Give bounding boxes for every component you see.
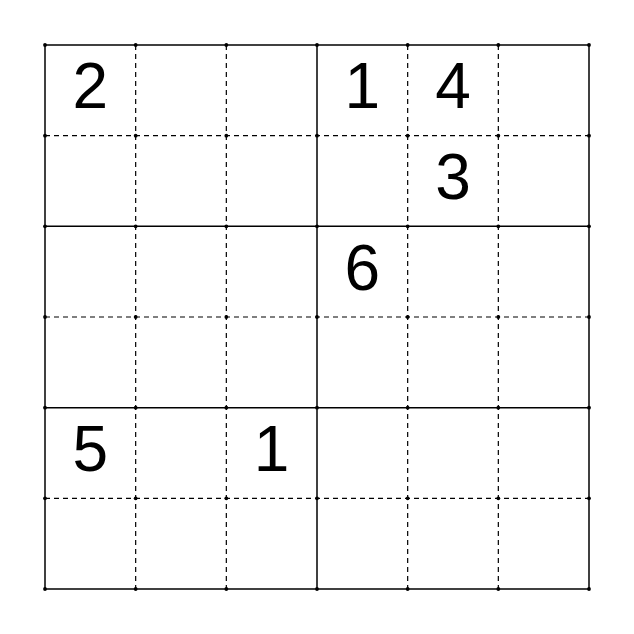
cell-r3c3[interactable] <box>226 226 317 317</box>
cell-r6c2[interactable] <box>136 498 227 589</box>
cell-r1c5[interactable]: 4 <box>408 45 499 136</box>
cell-r2c3[interactable] <box>226 136 317 227</box>
cell-r4c6[interactable] <box>498 317 589 408</box>
given-digit: 3 <box>435 145 471 217</box>
cell-r4c5[interactable] <box>408 317 499 408</box>
cell-r6c6[interactable] <box>498 498 589 589</box>
puzzle-page: { "game": { "type": "sudoku", "variant":… <box>0 0 634 634</box>
cell-r5c2[interactable] <box>136 408 227 499</box>
cell-r5c5[interactable] <box>408 408 499 499</box>
given-digit: 1 <box>345 54 381 126</box>
cell-r5c1[interactable]: 5 <box>45 408 136 499</box>
cell-r5c6[interactable] <box>498 408 589 499</box>
cell-r4c4[interactable] <box>317 317 408 408</box>
cell-r3c5[interactable] <box>408 226 499 317</box>
cell-r1c3[interactable] <box>226 45 317 136</box>
given-digit: 2 <box>73 54 109 126</box>
cell-r1c1[interactable]: 2 <box>45 45 136 136</box>
cell-r6c3[interactable] <box>226 498 317 589</box>
given-digit: 1 <box>254 417 290 489</box>
cell-r2c6[interactable] <box>498 136 589 227</box>
cell-r6c1[interactable] <box>45 498 136 589</box>
cell-r3c1[interactable] <box>45 226 136 317</box>
cell-r3c2[interactable] <box>136 226 227 317</box>
cell-r2c5[interactable]: 3 <box>408 136 499 227</box>
cell-r1c4[interactable]: 1 <box>317 45 408 136</box>
cell-r4c2[interactable] <box>136 317 227 408</box>
given-digit: 5 <box>73 417 109 489</box>
cell-r1c2[interactable] <box>136 45 227 136</box>
cell-r2c1[interactable] <box>45 136 136 227</box>
cell-r3c4[interactable]: 6 <box>317 226 408 317</box>
given-digit: 6 <box>345 236 381 308</box>
cell-r2c4[interactable] <box>317 136 408 227</box>
cell-r6c5[interactable] <box>408 498 499 589</box>
cell-r3c6[interactable] <box>498 226 589 317</box>
cell-r4c1[interactable] <box>45 317 136 408</box>
cell-r2c2[interactable] <box>136 136 227 227</box>
cell-r5c4[interactable] <box>317 408 408 499</box>
cell-r4c3[interactable] <box>226 317 317 408</box>
cell-grid: 2 1 4 3 6 5 1 <box>45 45 589 589</box>
given-digit: 4 <box>435 54 471 126</box>
sudoku-board: 2 1 4 3 6 5 1 <box>45 45 589 589</box>
cell-r5c3[interactable]: 1 <box>226 408 317 499</box>
cell-r6c4[interactable] <box>317 498 408 589</box>
cell-r1c6[interactable] <box>498 45 589 136</box>
